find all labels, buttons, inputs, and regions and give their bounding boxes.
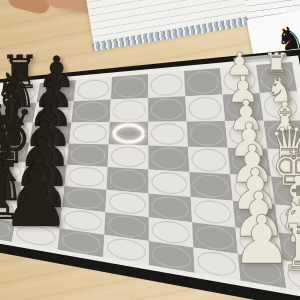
square-b6[interactable] [71,100,111,123]
chess-piece-bP[interactable]: ♟ [1,160,71,238]
chessboard-photo-scene: ♞ ♜♟♟♜♞♟♟♞♝♟♟♝♛♟♟♛♚♟♟♚♝♟♟♝♞♟♟♞♜♟♟♜ [0,0,300,300]
chess-piece-wR[interactable]: ♜ [278,216,300,281]
square-b4[interactable] [148,96,187,122]
square-c6[interactable] [69,122,110,145]
square-d4[interactable] [148,146,189,172]
square-d5[interactable] [108,145,149,170]
square-c3[interactable] [187,121,228,148]
square-b3[interactable] [185,95,225,122]
square-a3[interactable] [184,68,223,96]
square-d3[interactable] [188,147,230,175]
square-c4[interactable] [148,121,188,146]
